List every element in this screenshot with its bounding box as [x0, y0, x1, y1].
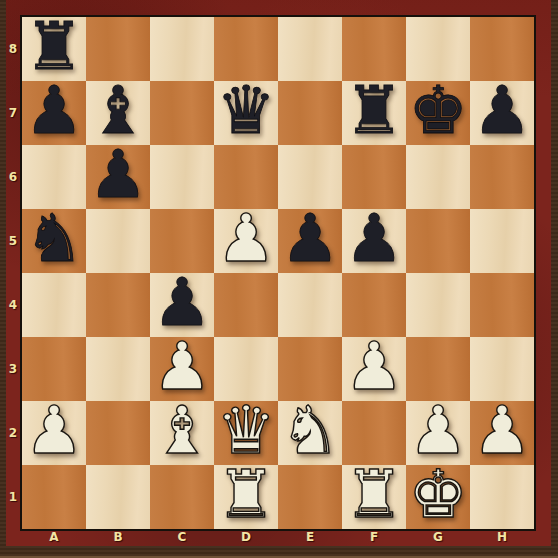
piece-wP-c3[interactable]: ♟: [152, 334, 211, 400]
piece-wQ-d2[interactable]: ♛: [216, 398, 275, 464]
square-g4[interactable]: [406, 273, 470, 337]
piece-wR-f1[interactable]: ♜: [344, 462, 403, 528]
square-f3[interactable]: ♟: [342, 337, 406, 401]
piece-bP-a7[interactable]: ♟: [24, 78, 83, 144]
square-d5[interactable]: ♟: [214, 209, 278, 273]
square-b1[interactable]: [86, 465, 150, 529]
chessboard-app: 87654321 ABCDEFGH ♜♟♝♛♜♚♟♟♞♟♟♟♟♟♟♟♝♛♞♟♟♜…: [0, 0, 558, 558]
piece-bR-f7[interactable]: ♜: [344, 78, 403, 144]
piece-wN-e2[interactable]: ♞: [280, 398, 339, 464]
square-h7[interactable]: ♟: [470, 81, 534, 145]
file-label-h: H: [470, 529, 534, 546]
piece-bQ-d7[interactable]: ♛: [216, 78, 275, 144]
square-e2[interactable]: ♞: [278, 401, 342, 465]
square-b5[interactable]: [86, 209, 150, 273]
file-label-a: A: [22, 529, 86, 546]
square-e5[interactable]: ♟: [278, 209, 342, 273]
square-h4[interactable]: [470, 273, 534, 337]
piece-wP-f3[interactable]: ♟: [344, 334, 403, 400]
piece-bB-b7[interactable]: ♝: [88, 78, 147, 144]
file-label-e: E: [278, 529, 342, 546]
piece-wB-c2[interactable]: ♝: [152, 398, 211, 464]
piece-bP-h7[interactable]: ♟: [472, 78, 531, 144]
square-g7[interactable]: ♚: [406, 81, 470, 145]
square-b2[interactable]: [86, 401, 150, 465]
piece-bR-a8[interactable]: ♜: [24, 14, 83, 80]
square-a4[interactable]: [22, 273, 86, 337]
piece-wP-g2[interactable]: ♟: [408, 398, 467, 464]
piece-wP-d5[interactable]: ♟: [216, 206, 275, 272]
file-label-b: B: [86, 529, 150, 546]
square-a7[interactable]: ♟: [22, 81, 86, 145]
square-f1[interactable]: ♜: [342, 465, 406, 529]
square-f5[interactable]: ♟: [342, 209, 406, 273]
square-c8[interactable]: [150, 17, 214, 81]
square-e4[interactable]: [278, 273, 342, 337]
piece-wK-g1[interactable]: ♚: [408, 462, 467, 528]
square-b6[interactable]: ♟: [86, 145, 150, 209]
square-c7[interactable]: [150, 81, 214, 145]
piece-wP-h2[interactable]: ♟: [472, 398, 531, 464]
square-h5[interactable]: [470, 209, 534, 273]
square-b4[interactable]: [86, 273, 150, 337]
square-e1[interactable]: [278, 465, 342, 529]
square-e7[interactable]: [278, 81, 342, 145]
square-d4[interactable]: [214, 273, 278, 337]
square-c6[interactable]: [150, 145, 214, 209]
square-g5[interactable]: [406, 209, 470, 273]
square-h2[interactable]: ♟: [470, 401, 534, 465]
square-b3[interactable]: [86, 337, 150, 401]
piece-wR-d1[interactable]: ♜: [216, 462, 275, 528]
square-a2[interactable]: ♟: [22, 401, 86, 465]
file-label-c: C: [150, 529, 214, 546]
square-a1[interactable]: [22, 465, 86, 529]
square-f7[interactable]: ♜: [342, 81, 406, 145]
square-e8[interactable]: [278, 17, 342, 81]
piece-bP-e5[interactable]: ♟: [280, 206, 339, 272]
square-d7[interactable]: ♛: [214, 81, 278, 145]
piece-bK-g7[interactable]: ♚: [408, 78, 467, 144]
square-d1[interactable]: ♜: [214, 465, 278, 529]
piece-bP-c4[interactable]: ♟: [152, 270, 211, 336]
square-a5[interactable]: ♞: [22, 209, 86, 273]
chess-board: ♜♟♝♛♜♚♟♟♞♟♟♟♟♟♟♟♝♛♞♟♟♜♜♚: [20, 15, 536, 531]
square-c2[interactable]: ♝: [150, 401, 214, 465]
piece-bP-b6[interactable]: ♟: [88, 142, 147, 208]
piece-bN-a5[interactable]: ♞: [24, 206, 83, 272]
square-g1[interactable]: ♚: [406, 465, 470, 529]
piece-wP-a2[interactable]: ♟: [24, 398, 83, 464]
piece-bP-f5[interactable]: ♟: [344, 206, 403, 272]
square-h1[interactable]: [470, 465, 534, 529]
square-g6[interactable]: [406, 145, 470, 209]
square-c1[interactable]: [150, 465, 214, 529]
square-h6[interactable]: [470, 145, 534, 209]
